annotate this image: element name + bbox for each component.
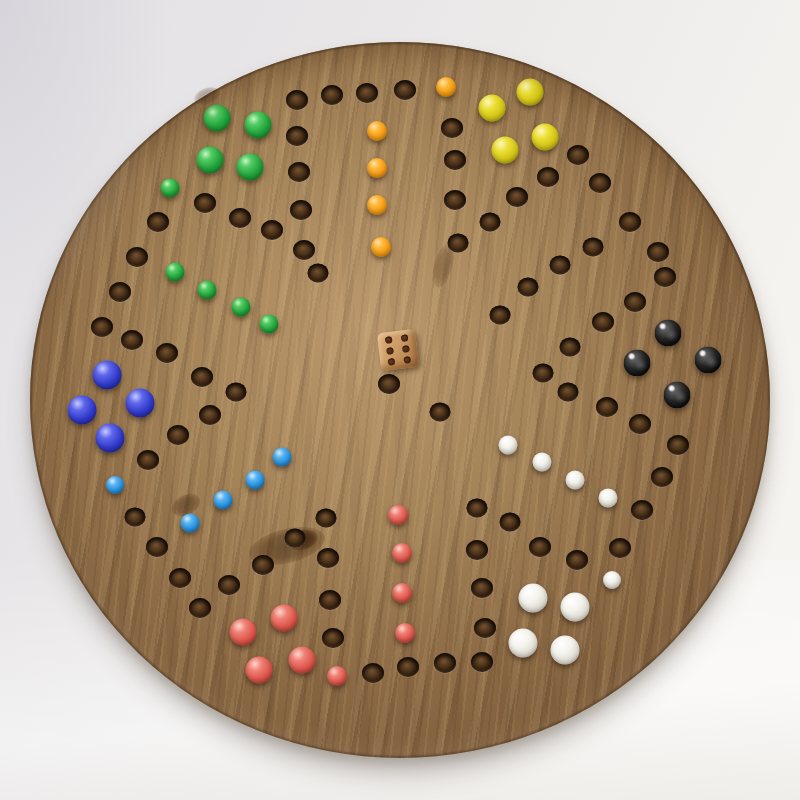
board-hole[interactable] <box>434 653 456 673</box>
die-pip <box>387 358 395 366</box>
board-hole[interactable] <box>654 267 676 287</box>
board-hole[interactable] <box>316 509 337 528</box>
board-hole[interactable] <box>583 238 604 257</box>
marble-orange[interactable] <box>367 121 387 141</box>
board-hole[interactable] <box>518 278 539 297</box>
die-pip <box>403 356 411 364</box>
board-hole[interactable] <box>566 550 588 570</box>
board-hole[interactable] <box>480 213 501 232</box>
board-hole[interactable] <box>471 578 493 598</box>
board-hole[interactable] <box>624 292 646 312</box>
board-hole[interactable] <box>229 208 251 228</box>
board-hole[interactable] <box>288 162 310 182</box>
board-hole[interactable] <box>441 118 463 138</box>
photo-backdrop <box>0 0 800 800</box>
marble-green[interactable] <box>204 105 231 132</box>
marble-orange[interactable] <box>367 158 387 178</box>
board-hole[interactable] <box>91 317 113 337</box>
board-hole[interactable] <box>558 383 579 402</box>
board-hole[interactable] <box>319 590 341 610</box>
board-hole[interactable] <box>121 330 143 350</box>
board-hole[interactable] <box>308 264 329 283</box>
wood-knot <box>429 242 457 289</box>
die-pip <box>386 347 394 355</box>
board-hole[interactable] <box>285 529 306 548</box>
board-hole[interactable] <box>667 435 689 455</box>
board-hole[interactable] <box>474 618 496 638</box>
board-hole[interactable] <box>567 145 589 165</box>
marble-black[interactable] <box>624 350 651 377</box>
marble-red[interactable] <box>388 505 408 525</box>
marble-blue[interactable] <box>126 389 155 418</box>
board-hole[interactable] <box>629 414 651 434</box>
board-hole[interactable] <box>444 190 466 210</box>
marble-white[interactable] <box>499 436 518 455</box>
board-hole[interactable] <box>252 555 274 575</box>
marble-red[interactable] <box>230 619 257 646</box>
marble-yellow[interactable] <box>479 95 506 122</box>
marble-green[interactable] <box>237 154 264 181</box>
marble-orange[interactable] <box>367 195 387 215</box>
marble-red[interactable] <box>289 647 316 674</box>
board-hole[interactable] <box>550 256 571 275</box>
marble-white[interactable] <box>533 453 552 472</box>
die-pip <box>402 345 410 353</box>
board-hole[interactable] <box>471 652 493 672</box>
board-hole[interactable] <box>394 80 416 100</box>
board-hole[interactable] <box>290 200 312 220</box>
board-hole[interactable] <box>322 628 344 648</box>
marble-red[interactable] <box>271 605 298 632</box>
board-hole[interactable] <box>500 513 521 532</box>
marble-skyblue[interactable] <box>214 491 233 510</box>
marble-white[interactable] <box>509 629 538 658</box>
board-hole[interactable] <box>596 397 618 417</box>
board-hole[interactable] <box>533 364 554 383</box>
board-hole[interactable] <box>490 306 511 325</box>
board-hole[interactable] <box>137 450 159 470</box>
marble-skyblue[interactable] <box>246 471 265 490</box>
marble-yellow[interactable] <box>492 137 519 164</box>
board-hole[interactable] <box>286 90 308 110</box>
board-hole[interactable] <box>537 167 559 187</box>
board-hole[interactable] <box>592 312 614 332</box>
marble-skyblue[interactable] <box>181 514 200 533</box>
marble-red[interactable] <box>392 543 412 563</box>
board-hole[interactable] <box>126 247 148 267</box>
board-hole[interactable] <box>466 540 488 560</box>
marble-green[interactable] <box>161 179 180 198</box>
board-hole[interactable] <box>362 663 384 683</box>
marble-white[interactable] <box>561 593 590 622</box>
board-hole[interactable] <box>199 405 221 425</box>
board-hole[interactable] <box>109 282 131 302</box>
board-hole[interactable] <box>448 234 469 253</box>
wood-knot <box>245 520 329 572</box>
center-hole[interactable] <box>378 374 400 394</box>
board-hole[interactable] <box>619 212 641 232</box>
board-hole[interactable] <box>444 150 466 170</box>
marble-blue[interactable] <box>93 361 122 390</box>
marble-yellow[interactable] <box>532 124 559 151</box>
marble-white[interactable] <box>551 636 580 665</box>
board-hole[interactable] <box>631 500 653 520</box>
board-hole[interactable] <box>261 220 283 240</box>
wahoo-game-board <box>30 42 770 758</box>
board-hole[interactable] <box>560 338 581 357</box>
marble-black[interactable] <box>664 382 691 409</box>
board-hole[interactable] <box>125 508 146 527</box>
board-hole[interactable] <box>191 367 213 387</box>
board-hole[interactable] <box>147 212 169 232</box>
board-hole[interactable] <box>218 575 240 595</box>
board-hole[interactable] <box>194 193 216 213</box>
marble-red[interactable] <box>395 623 415 643</box>
board-hole[interactable] <box>506 187 528 207</box>
marble-blue[interactable] <box>96 424 125 453</box>
marble-white[interactable] <box>566 471 585 490</box>
board-hole[interactable] <box>189 598 211 618</box>
board-hole[interactable] <box>651 467 673 487</box>
marble-red[interactable] <box>392 583 412 603</box>
wooden-die-showing-six[interactable] <box>377 329 419 371</box>
board-hole[interactable] <box>467 499 488 518</box>
marble-black[interactable] <box>695 347 722 374</box>
board-hole[interactable] <box>146 537 168 557</box>
marble-green[interactable] <box>245 112 272 139</box>
board-hole[interactable] <box>321 85 343 105</box>
board-hole[interactable] <box>286 126 308 146</box>
die-pip <box>385 337 393 345</box>
center-hole[interactable] <box>430 403 451 422</box>
board-hole[interactable] <box>356 83 378 103</box>
board-hole[interactable] <box>589 173 611 193</box>
marble-green[interactable] <box>166 263 185 282</box>
board-hole[interactable] <box>167 425 189 445</box>
marble-white[interactable] <box>519 584 548 613</box>
marble-green[interactable] <box>198 281 217 300</box>
board-hole[interactable] <box>156 343 178 363</box>
wood-knot <box>286 526 321 554</box>
marble-red[interactable] <box>246 657 273 684</box>
marble-black[interactable] <box>655 320 682 347</box>
board-hole[interactable] <box>317 548 339 568</box>
marble-skyblue[interactable] <box>106 476 124 494</box>
marble-red[interactable] <box>327 666 347 686</box>
marble-green[interactable] <box>260 315 279 334</box>
marble-orange[interactable] <box>436 77 456 97</box>
board-hole[interactable] <box>529 537 551 557</box>
die-pip <box>401 335 409 343</box>
marble-yellow[interactable] <box>517 79 544 106</box>
board-hole[interactable] <box>647 242 669 262</box>
board-hole[interactable] <box>397 657 419 677</box>
marble-skyblue[interactable] <box>273 448 292 467</box>
wood-knot <box>192 84 222 108</box>
marble-white[interactable] <box>603 571 621 589</box>
board-hole[interactable] <box>293 240 315 260</box>
board-hole[interactable] <box>169 568 191 588</box>
board-hole[interactable] <box>226 383 247 402</box>
marble-green[interactable] <box>232 298 251 317</box>
wood-knot <box>168 489 204 521</box>
marble-blue[interactable] <box>68 396 97 425</box>
marble-green[interactable] <box>197 147 224 174</box>
marble-orange[interactable] <box>371 237 391 257</box>
board-hole[interactable] <box>609 538 631 558</box>
marble-white[interactable] <box>599 489 618 508</box>
